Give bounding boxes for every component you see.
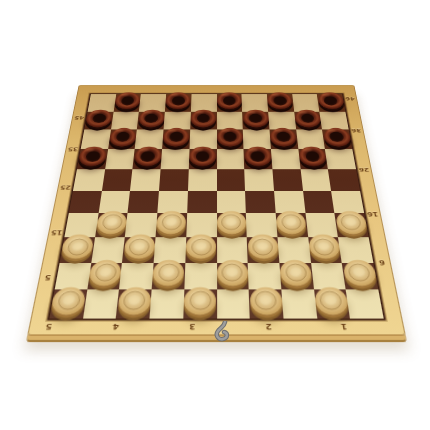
light-piece[interactable] (247, 235, 278, 260)
light-piece[interactable] (50, 287, 87, 315)
square-number-label: 26 (358, 166, 369, 173)
dark-piece[interactable] (109, 128, 137, 147)
light-piece[interactable] (217, 260, 248, 286)
dark-piece[interactable] (243, 110, 269, 128)
square-number-label: 4 (112, 321, 119, 331)
dark-piece[interactable] (217, 128, 243, 147)
square-number-label: 15 (51, 228, 63, 236)
square-number-label: 5 (44, 273, 51, 282)
dark-piece[interactable] (244, 147, 272, 167)
light-piece[interactable] (335, 211, 368, 234)
light-piece[interactable] (186, 235, 216, 260)
square-number-label: 25 (60, 184, 72, 191)
light-piece[interactable] (117, 287, 152, 315)
playing-area (49, 94, 383, 318)
dark-piece[interactable] (270, 128, 298, 147)
dark-piece[interactable] (133, 147, 162, 167)
square-number-label: 36 (351, 127, 362, 133)
square-number-label: 5 (45, 321, 53, 331)
light-piece[interactable] (249, 287, 283, 315)
light-piece[interactable] (123, 235, 155, 260)
pieces-layer (49, 94, 383, 318)
light-piece[interactable] (217, 211, 247, 234)
light-piece[interactable] (152, 260, 184, 286)
light-piece[interactable] (276, 211, 307, 234)
dark-piece[interactable] (267, 92, 293, 109)
photo-background: 453525155 463626166 54321 (0, 0, 430, 430)
dark-piece[interactable] (85, 110, 113, 128)
light-piece[interactable] (156, 211, 186, 234)
square-number-label: 3 (189, 321, 195, 331)
light-piece[interactable] (61, 235, 95, 260)
light-piece[interactable] (88, 260, 122, 286)
light-piece[interactable] (96, 211, 128, 234)
light-piece[interactable] (184, 287, 217, 315)
square-number-label: 16 (366, 210, 378, 217)
draughts-board: 453525155 463626166 54321 (27, 85, 406, 336)
dark-piece[interactable] (78, 147, 108, 167)
dark-piece[interactable] (165, 92, 191, 109)
dark-piece[interactable] (190, 110, 216, 128)
light-piece[interactable] (314, 287, 350, 315)
dark-piece[interactable] (217, 92, 242, 109)
dark-piece[interactable] (322, 128, 351, 147)
square-number-label: 6 (378, 258, 385, 266)
square-number-label: 1 (340, 321, 347, 331)
dark-piece[interactable] (294, 110, 322, 128)
dark-piece[interactable] (163, 128, 190, 147)
dark-piece[interactable] (317, 92, 345, 109)
square-number-label: 35 (68, 146, 79, 152)
square-number-label: 2 (265, 321, 272, 331)
dark-piece[interactable] (138, 110, 165, 128)
light-piece[interactable] (342, 260, 377, 286)
dark-piece[interactable] (189, 147, 216, 167)
dark-piece[interactable] (114, 92, 141, 109)
square-number-label: 45 (74, 115, 85, 121)
square-number-label: 46 (345, 96, 355, 101)
light-piece[interactable] (279, 260, 312, 286)
dark-piece[interactable] (298, 147, 327, 167)
metal-clasp (202, 321, 240, 355)
light-piece[interactable] (308, 235, 341, 260)
